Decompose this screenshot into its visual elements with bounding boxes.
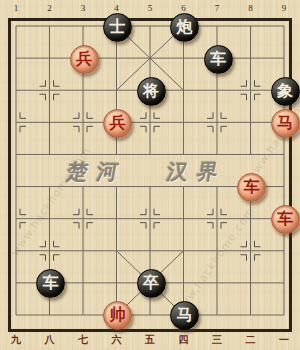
file-label-top-9: 9 [282,1,287,15]
file-label-top-8: 8 [248,1,253,15]
file-label-top-1: 1 [14,1,19,15]
piece-black-chariot-1[interactable]: 车 [204,45,233,74]
piece-red-soldier-2[interactable]: 兵 [103,109,132,138]
piece-red-soldier-1[interactable]: 兵 [70,45,99,74]
file-label-top-2: 2 [47,1,52,15]
file-label-top-5: 5 [148,1,153,15]
piece-black-cannon[interactable]: 炮 [170,13,199,42]
piece-red-chariot-1[interactable]: 车 [237,173,266,202]
river-label-right: 汉界 [147,158,248,186]
piece-black-advisor[interactable]: 士 [103,13,132,42]
file-label-bottom-5: 五 [145,333,155,347]
piece-red-horse[interactable]: 马 [271,109,300,138]
piece-black-elephant[interactable]: 象 [271,77,300,106]
piece-red-chariot-2[interactable]: 车 [271,205,300,234]
file-label-bottom-6: 四 [179,333,189,347]
piece-black-soldier[interactable]: 卒 [137,269,166,298]
file-label-top-7: 7 [215,1,220,15]
file-label-top-3: 3 [81,1,86,15]
file-label-bottom-9: 一 [279,333,289,347]
xiangqi-board[interactable]: 123456789 九八七六五四三二一 楚河 汉界 士炮兵车将象兵马车车车卒帅马… [0,0,300,350]
river-label-left: 楚河 [47,158,148,186]
file-label-bottom-4: 六 [112,333,122,347]
file-label-bottom-7: 三 [212,333,222,347]
file-label-bottom-2: 八 [45,333,55,347]
piece-black-general[interactable]: 将 [137,77,166,106]
file-label-bottom-8: 二 [246,333,256,347]
file-label-bottom-3: 七 [78,333,88,347]
file-label-bottom-1: 九 [11,333,21,347]
